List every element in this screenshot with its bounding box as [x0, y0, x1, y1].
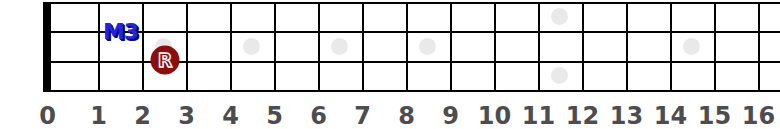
fret-wire-12	[582, 2, 584, 92]
inlay-dot-fret-9	[419, 38, 436, 55]
fret-wire-8	[406, 2, 408, 92]
fret-wire-16	[758, 2, 760, 92]
fret-number-6: 6	[297, 103, 341, 129]
fret-number-5: 5	[253, 103, 297, 129]
nut	[43, 2, 51, 92]
root-marker-circle-icon: R	[150, 45, 180, 75]
fret-number-3: 3	[165, 103, 209, 129]
fret-wire-2	[142, 2, 144, 92]
fret-wire-11	[538, 2, 540, 92]
fret-wire-7	[362, 2, 364, 92]
fret-wire-15	[714, 2, 716, 92]
fretboard-diagram: M3R 012345678910111213141516	[0, 0, 780, 129]
fret-number-4: 4	[209, 103, 253, 129]
inlay-dot-fret-5	[243, 38, 260, 55]
fretboard: M3R	[43, 2, 780, 92]
fret-number-10: 10	[473, 103, 517, 129]
fret-wire-13	[626, 2, 628, 92]
fret-number-13: 13	[605, 103, 649, 129]
fret-number-9: 9	[429, 103, 473, 129]
fret-number-12: 12	[561, 103, 605, 129]
fret-wire-4	[230, 2, 232, 92]
inlay-dot-fret-15	[683, 38, 700, 55]
inlay-dot-fret-12	[551, 8, 568, 25]
fret-wire-10	[494, 2, 496, 92]
fret-number-0: 0	[26, 103, 70, 129]
fret-number-14: 14	[649, 103, 693, 129]
fret-wire-3	[186, 2, 188, 92]
fret-wire-14	[670, 2, 672, 92]
inlay-dot-fret-12	[551, 67, 568, 84]
fret-number-16: 16	[737, 103, 780, 129]
fret-number-11: 11	[517, 103, 561, 129]
fret-number-2: 2	[121, 103, 165, 129]
fret-wire-1	[98, 2, 100, 92]
fret-wire-9	[450, 2, 452, 92]
fret-number-15: 15	[693, 103, 737, 129]
svg-text:R: R	[157, 48, 172, 70]
inlay-dot-fret-7	[331, 38, 348, 55]
fret-number-row: 012345678910111213141516	[0, 103, 780, 129]
fret-number-8: 8	[385, 103, 429, 129]
interval-label-m3: M3	[103, 19, 138, 44]
fret-number-1: 1	[77, 103, 121, 129]
fret-wire-5	[274, 2, 276, 92]
fret-number-7: 7	[341, 103, 385, 129]
fret-wire-6	[318, 2, 320, 92]
root-marker: R	[150, 45, 180, 79]
